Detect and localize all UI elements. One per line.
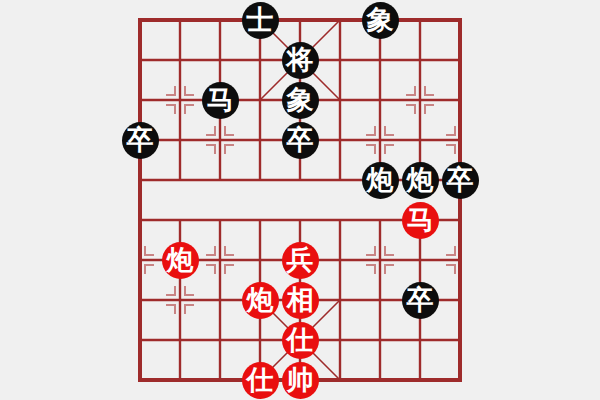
piece-black-horse[interactable]: 马 — [202, 82, 239, 119]
piece-black-cannon[interactable]: 炮 — [362, 162, 399, 199]
xiangqi-board: 士象将马象卒卒炮炮卒马炮兵炮相卒仕仕帅 — [0, 0, 600, 400]
piece-red-soldier[interactable]: 兵 — [282, 242, 319, 279]
piece-black-soldier[interactable]: 卒 — [442, 162, 479, 199]
piece-red-horse[interactable]: 马 — [402, 202, 439, 239]
pieces-layer: 士象将马象卒卒炮炮卒马炮兵炮相卒仕仕帅 — [0, 0, 600, 400]
piece-black-elephant[interactable]: 象 — [282, 82, 319, 119]
piece-red-general[interactable]: 帅 — [282, 362, 319, 399]
piece-black-soldier[interactable]: 卒 — [122, 122, 159, 159]
piece-red-elephant[interactable]: 相 — [282, 282, 319, 319]
piece-black-advisor[interactable]: 士 — [242, 2, 279, 39]
piece-black-elephant[interactable]: 象 — [362, 2, 399, 39]
piece-red-cannon[interactable]: 炮 — [242, 282, 279, 319]
piece-red-advisor[interactable]: 仕 — [282, 322, 319, 359]
piece-black-soldier[interactable]: 卒 — [402, 282, 439, 319]
piece-black-soldier[interactable]: 卒 — [282, 122, 319, 159]
piece-red-cannon[interactable]: 炮 — [162, 242, 199, 279]
xiangqi-app: 士象将马象卒卒炮炮卒马炮兵炮相卒仕仕帅 — [0, 0, 600, 400]
piece-red-advisor[interactable]: 仕 — [242, 362, 279, 399]
piece-black-general[interactable]: 将 — [282, 42, 319, 79]
piece-black-cannon[interactable]: 炮 — [402, 162, 439, 199]
